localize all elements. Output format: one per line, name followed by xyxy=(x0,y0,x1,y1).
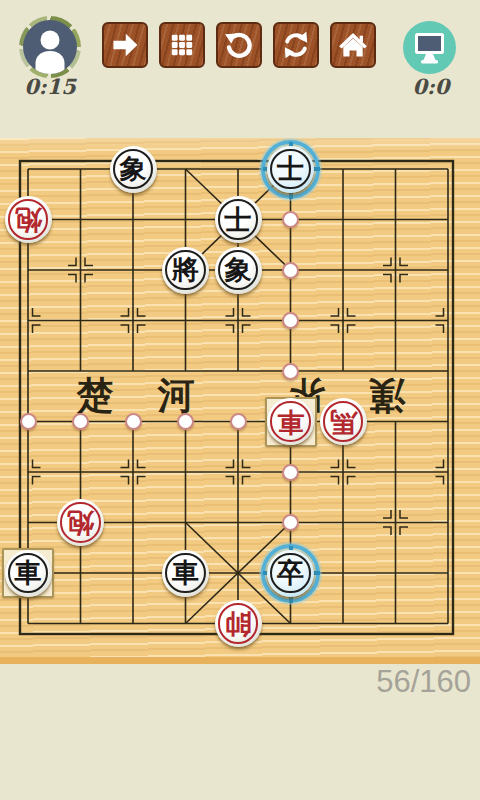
piece-red-cannon[interactable]: 炮 xyxy=(57,499,104,546)
player-avatar xyxy=(23,20,77,74)
computer-avatar xyxy=(403,21,456,74)
player-timer-ring xyxy=(19,16,81,78)
home-button[interactable] xyxy=(330,22,376,68)
piece-label: 車 xyxy=(15,559,42,586)
computer-timer: 0:0 xyxy=(396,74,466,99)
piece-layer: 象士炮士將象車馬炮車車卒帥 xyxy=(2,144,475,649)
piece-red-horse[interactable]: 馬 xyxy=(320,398,367,445)
piece-red-cannon[interactable]: 炮 xyxy=(5,196,52,243)
piece-label: 卒 xyxy=(277,559,304,586)
legal-move-dot[interactable] xyxy=(282,262,299,279)
piece-red-general[interactable]: 帥 xyxy=(215,600,262,647)
piece-label: 士 xyxy=(277,155,304,182)
board-grid-button[interactable] xyxy=(159,22,205,68)
person-icon xyxy=(23,20,77,74)
piece-black-soldier[interactable]: 卒 xyxy=(267,550,314,597)
piece-black-elephant[interactable]: 象 xyxy=(110,146,157,193)
piece-label: 馬 xyxy=(330,409,357,436)
piece-black-elephant[interactable]: 象 xyxy=(215,247,262,294)
piece-black-chariot[interactable]: 車 xyxy=(5,550,52,597)
piece-label: 將 xyxy=(172,256,199,283)
player-timer: 0:15 xyxy=(15,74,85,99)
refresh-icon xyxy=(279,28,313,62)
legal-move-dot[interactable] xyxy=(282,211,299,228)
piece-label: 炮 xyxy=(15,207,42,234)
move-counter: 56/160 xyxy=(376,664,471,700)
legal-move-dot[interactable] xyxy=(282,312,299,329)
piece-black-advisor[interactable]: 士 xyxy=(267,146,314,193)
piece-label: 帥 xyxy=(225,611,252,638)
piece-label: 炮 xyxy=(67,510,94,537)
legal-move-dot[interactable] xyxy=(282,514,299,531)
piece-black-advisor[interactable]: 士 xyxy=(215,196,262,243)
restart-button[interactable] xyxy=(273,22,319,68)
undo-arrow-icon xyxy=(222,28,256,62)
undo-button[interactable] xyxy=(216,22,262,68)
piece-label: 車 xyxy=(172,559,199,586)
piece-label: 象 xyxy=(120,155,147,182)
legal-move-dot[interactable] xyxy=(177,413,194,430)
grid-icon xyxy=(166,29,198,61)
piece-label: 車 xyxy=(277,409,304,436)
piece-label: 士 xyxy=(225,206,252,233)
forward-button[interactable] xyxy=(102,22,148,68)
piece-black-general[interactable]: 將 xyxy=(162,247,209,294)
home-icon xyxy=(336,28,370,62)
piece-red-chariot[interactable]: 車 xyxy=(267,398,314,445)
piece-black-chariot[interactable]: 車 xyxy=(162,550,209,597)
legal-move-dot[interactable] xyxy=(282,464,299,481)
computer-monitor-icon xyxy=(403,21,456,74)
legal-move-dot[interactable] xyxy=(72,413,89,430)
xiangqi-board[interactable]: 楚 河 界 漢 象士炮士將象車馬炮車車卒帥 xyxy=(0,138,480,664)
legal-move-dot[interactable] xyxy=(282,363,299,380)
piece-label: 象 xyxy=(225,256,252,283)
legal-move-dot[interactable] xyxy=(20,413,37,430)
legal-move-dot[interactable] xyxy=(230,413,247,430)
arrow-right-icon xyxy=(108,28,142,62)
xiangqi-app: 0:15 xyxy=(0,0,480,800)
legal-move-dot[interactable] xyxy=(125,413,142,430)
